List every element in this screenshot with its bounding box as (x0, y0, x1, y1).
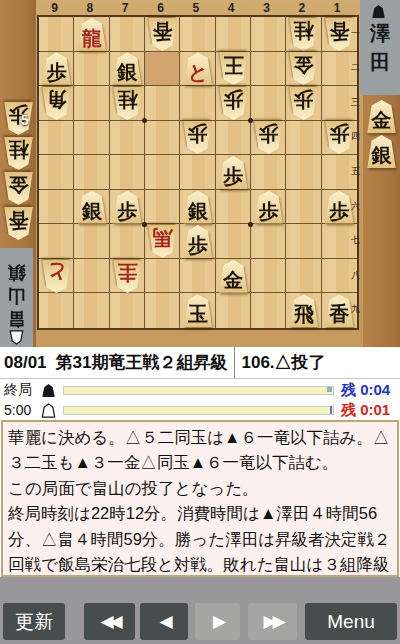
piece-glyph: 金 (3, 172, 34, 205)
piece-glyph: 銀 (366, 135, 397, 168)
player-name-char: 澤 (370, 19, 390, 48)
square-6六 (145, 190, 180, 225)
piece-glyph: 金 (288, 52, 319, 85)
sente-hand-tray: 金銀 (363, 95, 400, 347)
clock-panel: 終局 残 0:04 5:00 残 0:01 (0, 380, 400, 420)
rank-coord-八: 八 (349, 269, 362, 282)
piece-歩-7六: 歩 (112, 191, 143, 224)
piece-金-4八: 金 (218, 260, 249, 293)
piece-glyph: 玉 (182, 294, 213, 327)
info-bar: 08/01 第31期竜王戦２組昇級 106.△投了 (0, 347, 400, 379)
rank-coord-九: 九 (349, 303, 362, 316)
piece-金-2二: 金 (288, 52, 319, 85)
piece-銀-7二: 銀 (112, 52, 143, 85)
commentary-line: 華麗に決める。△５二同玉は▲６一竜以下詰み。△ (8, 425, 392, 450)
piece-銀-5六: 銀 (182, 191, 213, 224)
commentary-line: 終局時刻は22時12分。消費時間は▲澤田４時間56 (8, 501, 392, 526)
piece-glyph: 歩 (253, 191, 284, 224)
piece-歩-5七: 歩 (182, 225, 213, 258)
gote-piece-icon (9, 330, 24, 345)
file-coord-3: 3 (249, 1, 284, 15)
piece-glyph: 桂 (112, 87, 143, 120)
rewind-button[interactable]: ◀◀ (84, 603, 135, 640)
square-4四 (216, 121, 251, 156)
piece-glyph: 歩 (112, 191, 143, 224)
piece-glyph: 飛 (288, 294, 319, 327)
rewind-icon: ◀◀ (100, 611, 118, 632)
piece-角-9三: 角 (41, 87, 72, 120)
gote-hand-piece-金: 金 (3, 172, 34, 205)
square-6九 (145, 293, 180, 328)
piece-歩-3六: 歩 (253, 191, 284, 224)
piece-glyph: 歩 (218, 156, 249, 189)
sente-clock-row: 終局 残 0:04 (0, 380, 400, 400)
bottom-toolbar: 更新◀◀◀▶▶▶Menu (0, 577, 400, 644)
piece-歩-9二: 歩 (41, 52, 72, 85)
sente-name-panel: 澤田 (360, 0, 400, 95)
piece-glyph: 銀 (76, 191, 107, 224)
file-coord-8: 8 (72, 1, 107, 15)
square-9七 (39, 224, 74, 259)
player-name-char: 鎮 (8, 261, 26, 284)
square-9一 (39, 17, 74, 52)
gote-hand-piece-香: 香 (3, 207, 34, 240)
square-5一 (180, 17, 215, 52)
gote-clock-row: 5:00 残 0:01 (0, 400, 400, 420)
piece-glyph: 金 (218, 260, 249, 293)
info-divider (234, 347, 235, 378)
square-7五 (110, 155, 145, 190)
square-3九 (251, 293, 286, 328)
piece-glyph: と (41, 260, 72, 293)
gote-time-marker (330, 406, 332, 414)
piece-歩-4三: 歩 (218, 87, 249, 120)
square-9九 (39, 293, 74, 328)
square-8三 (74, 86, 109, 121)
sente-remaining-time: 残 0:04 (341, 381, 396, 400)
square-4一 (216, 17, 251, 52)
back-icon: ◀ (159, 611, 168, 632)
piece-glyph: 銀 (112, 52, 143, 85)
piece-glyph: 龍 (76, 18, 107, 51)
sente-hand-piece-銀: 銀 (366, 135, 397, 168)
sente-time-bar (63, 386, 334, 395)
square-7七 (110, 224, 145, 259)
square-3八 (251, 259, 286, 294)
date-label: 08/01 (4, 353, 47, 373)
move-label: 106.△投了 (241, 351, 325, 374)
piece-glyph: 歩 (41, 52, 72, 85)
piece-香-6一: 香 (147, 18, 178, 51)
piece-桂-7三: 桂 (112, 87, 143, 120)
file-coord-7: 7 (108, 1, 143, 15)
piece-glyph: 歩 (218, 87, 249, 120)
forward-button[interactable]: ▶ (195, 603, 240, 640)
app-screen: 歩桂金香 5 澤田 金銀 畠山鎮 龍香桂香歩銀と王金角桂歩歩歩歩歩歩銀歩銀歩歩馬… (0, 0, 400, 644)
piece-王-4二: 王 (218, 52, 249, 85)
square-7一 (110, 17, 145, 52)
square-8二 (74, 52, 109, 87)
square-7四 (110, 121, 145, 156)
piece-glyph: 馬 (147, 225, 178, 258)
player-name-char: 田 (370, 48, 390, 77)
sente-clock-label: 終局 (4, 381, 40, 399)
square-6四 (145, 121, 180, 156)
square-2八 (286, 259, 321, 294)
back-button[interactable]: ◀ (140, 603, 188, 640)
square-5三 (180, 86, 215, 121)
commentary-panel[interactable]: 華麗に決める。△５二同玉は▲６一竜以下詰み。△３二玉も▲３一金△同玉▲６一竜以下… (1, 420, 399, 577)
piece-銀-8六: 銀 (76, 191, 107, 224)
piece-glyph: 桂 (3, 137, 34, 170)
square-3三 (251, 86, 286, 121)
update-button[interactable]: 更新 (3, 603, 65, 640)
file-coord-6: 6 (143, 1, 178, 15)
piece-歩-3四: 歩 (253, 121, 284, 154)
piece-glyph: 王 (218, 52, 249, 85)
piece-glyph: 金 (366, 100, 397, 133)
square-8五 (74, 155, 109, 190)
square-9五 (39, 155, 74, 190)
black-clock-icon (41, 383, 56, 398)
piece-歩-4五: 歩 (218, 156, 249, 189)
square-8四 (74, 121, 109, 156)
square-3一 (251, 17, 286, 52)
event-title: 第31期竜王戦２組昇級 (56, 351, 228, 374)
piece-glyph: 角 (41, 87, 72, 120)
square-9四 (39, 121, 74, 156)
piece-飛-2九: 飛 (288, 294, 319, 327)
gote-time-bar (63, 406, 334, 415)
piece-歩-5四: 歩 (182, 121, 213, 154)
gote-hand-piece-桂: 桂 (3, 137, 34, 170)
square-7九 (110, 293, 145, 328)
square-6三 (145, 86, 180, 121)
commentary-line: 回戦で飯島栄治七段と対戦。敗れた畠山は３組降級 (8, 552, 392, 577)
rank-coord-三: 三 (349, 96, 362, 109)
square-2五 (286, 155, 321, 190)
sente-player-name: 澤田 (370, 19, 390, 77)
square-2四 (286, 121, 321, 156)
square-4六 (216, 190, 251, 225)
gote-name-panel: 畠山鎮 (0, 248, 33, 347)
forward-icon: ▶ (213, 611, 222, 632)
square-5八 (180, 259, 215, 294)
gote-player-name: 畠山鎮 (8, 261, 26, 330)
file-coord-4: 4 (214, 1, 249, 15)
gote-pawn-count: 5 (21, 112, 29, 128)
square-4九 (216, 293, 251, 328)
shogi-board: 龍香桂香歩銀と王金角桂歩歩歩歩歩歩銀歩銀歩歩馬歩と圭金玉飛香 (37, 15, 359, 330)
file-coord-9: 9 (37, 1, 72, 15)
piece-glyph: 歩 (182, 121, 213, 154)
square-8九 (74, 293, 109, 328)
piece-圭-7八: 圭 (112, 260, 143, 293)
square-6二 (145, 52, 180, 87)
piece-玉-5九: 玉 (182, 294, 213, 327)
piece-glyph: 歩 (253, 121, 284, 154)
gote-remaining-time: 残 0:01 (341, 401, 396, 420)
commentary-line: この局面で畠山の投了となった。 (8, 476, 392, 501)
fastforward-button[interactable]: ▶▶ (248, 603, 297, 640)
piece-龍-8一: 龍 (76, 18, 107, 51)
player-name-char: 畠 (8, 307, 26, 330)
square-6五 (145, 155, 180, 190)
commentary-line: 分、△畠４時間59分。勝った澤田は昇級者決定戦２ (8, 527, 392, 552)
piece-歩-2三: 歩 (288, 87, 319, 120)
square-3七 (251, 224, 286, 259)
file-coord-2: 2 (284, 1, 319, 15)
sente-piece-icon (371, 4, 386, 19)
gote-clock-label: 5:00 (4, 402, 40, 418)
board-area: 歩桂金香 5 澤田 金銀 畠山鎮 龍香桂香歩銀と王金角桂歩歩歩歩歩歩銀歩銀歩歩馬… (0, 0, 400, 347)
menu-button[interactable]: Menu (305, 603, 397, 640)
piece-glyph: 桂 (288, 18, 319, 51)
rank-coord-二: 二 (349, 61, 362, 74)
piece-桂-2一: 桂 (288, 18, 319, 51)
piece-glyph: 香 (147, 18, 178, 51)
piece-glyph: 歩 (182, 225, 213, 258)
sente-hand-piece-金: 金 (366, 100, 397, 133)
piece-と-5二: と (182, 52, 213, 85)
piece-glyph: 香 (3, 207, 34, 240)
piece-と-9八: と (41, 260, 72, 293)
sente-time-marker (327, 387, 332, 392)
piece-馬-6七: 馬 (147, 225, 178, 258)
piece-glyph: 圭 (112, 260, 143, 293)
file-coord-5: 5 (178, 1, 213, 15)
piece-glyph: 歩 (288, 87, 319, 120)
piece-glyph: 銀 (182, 191, 213, 224)
square-9六 (39, 190, 74, 225)
square-8七 (74, 224, 109, 259)
white-clock-icon (41, 403, 56, 418)
rank-coord-七: 七 (349, 234, 362, 247)
square-2六 (286, 190, 321, 225)
square-2七 (286, 224, 321, 259)
square-8八 (74, 259, 109, 294)
player-name-char: 山 (8, 284, 26, 307)
square-3五 (251, 155, 286, 190)
rank-coord-六: 六 (349, 200, 362, 213)
rank-coord-四: 四 (349, 130, 362, 143)
rank-coord-五: 五 (349, 165, 362, 178)
commentary-line: ３二玉も▲３一金△同玉▲６一竜以下詰む。 (8, 450, 392, 475)
fastforward-icon: ▶▶ (263, 611, 281, 632)
square-3二 (251, 52, 286, 87)
square-5五 (180, 155, 215, 190)
piece-glyph: と (182, 52, 213, 85)
square-4七 (216, 224, 251, 259)
file-coord-1: 1 (320, 1, 355, 15)
rank-coord-一: 一 (349, 27, 362, 40)
square-6八 (145, 259, 180, 294)
